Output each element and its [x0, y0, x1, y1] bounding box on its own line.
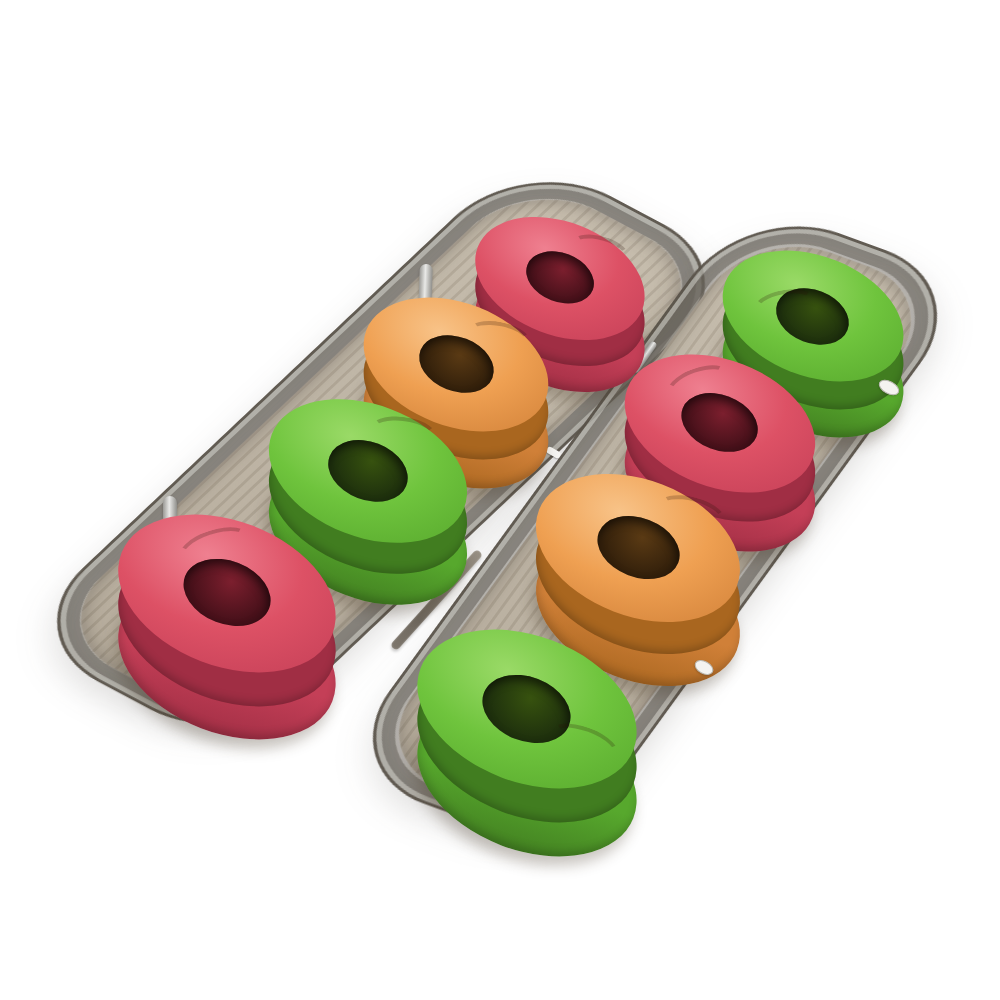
spool-pink-lid-tray-4	[114, 521, 340, 733]
spool-green-base-tray-4	[413, 636, 641, 850]
product-photo	[0, 0, 1000, 1000]
